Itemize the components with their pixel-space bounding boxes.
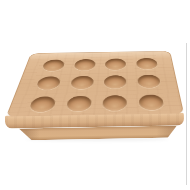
pit-cell	[59, 92, 98, 115]
pit-cell	[132, 91, 171, 114]
pit-r0-c0	[42, 59, 66, 71]
pit-r2-c0	[29, 96, 57, 112]
pit-r1-c2	[104, 75, 127, 89]
pit-cell	[29, 74, 68, 94]
pit-tray-board	[0, 0, 190, 190]
pit-cell	[98, 72, 133, 92]
product-photo	[0, 0, 190, 190]
pit-r0-c1	[73, 59, 95, 71]
pit-cell	[35, 57, 71, 74]
pit-r2-c3	[138, 95, 164, 111]
pit-cell	[67, 56, 100, 73]
pit-cell	[100, 56, 132, 73]
pit-r1-c0	[36, 77, 62, 91]
pit-cell	[96, 92, 133, 115]
pit-cell	[63, 73, 99, 93]
pit-r0-c2	[105, 58, 126, 70]
board-top-surface	[6, 51, 184, 117]
pit-cell	[131, 55, 164, 72]
pit-r2-c2	[102, 95, 127, 111]
board-top-scene	[6, 51, 184, 117]
pit-grid	[21, 55, 171, 116]
pit-r0-c3	[136, 58, 158, 70]
pit-r1-c3	[137, 75, 161, 89]
pit-cell	[132, 72, 167, 92]
page-divider-line	[186, 43, 187, 185]
pit-cell	[21, 93, 63, 116]
pit-r2-c1	[65, 96, 91, 112]
pit-r1-c1	[70, 76, 94, 90]
